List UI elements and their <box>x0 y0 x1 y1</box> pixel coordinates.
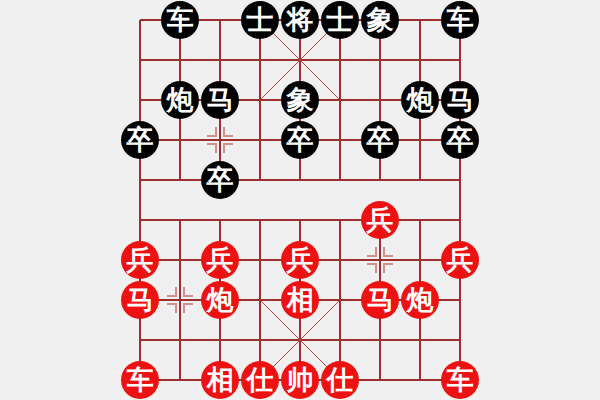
piece-black-soldier[interactable]: 卒 <box>281 121 319 159</box>
piece-red-soldier[interactable]: 兵 <box>361 201 399 239</box>
piece-black-general[interactable]: 将 <box>281 1 319 39</box>
piece-black-cannon[interactable]: 炮 <box>161 81 199 119</box>
piece-black-chariot[interactable]: 车 <box>441 1 479 39</box>
piece-red-cannon[interactable]: 炮 <box>201 281 239 319</box>
piece-black-cannon[interactable]: 炮 <box>401 81 439 119</box>
piece-red-general[interactable]: 帅 <box>281 361 319 399</box>
piece-red-soldier[interactable]: 兵 <box>441 241 479 279</box>
piece-layer[interactable]: 车士将士象车炮马象炮马卒卒卒卒卒兵兵兵兵兵马炮相马炮车相仕帅仕车 <box>120 0 480 400</box>
piece-black-horse[interactable]: 马 <box>201 81 239 119</box>
piece-black-soldier[interactable]: 卒 <box>361 121 399 159</box>
piece-red-soldier[interactable]: 兵 <box>121 241 159 279</box>
piece-black-elephant[interactable]: 象 <box>281 81 319 119</box>
piece-black-advisor[interactable]: 士 <box>321 1 359 39</box>
piece-red-horse[interactable]: 马 <box>121 281 159 319</box>
piece-red-horse[interactable]: 马 <box>361 281 399 319</box>
piece-red-soldier[interactable]: 兵 <box>281 241 319 279</box>
piece-black-advisor[interactable]: 士 <box>241 1 279 39</box>
piece-red-elephant[interactable]: 相 <box>201 361 239 399</box>
piece-red-soldier[interactable]: 兵 <box>201 241 239 279</box>
piece-red-chariot[interactable]: 车 <box>121 361 159 399</box>
piece-black-chariot[interactable]: 车 <box>161 1 199 39</box>
piece-black-soldier[interactable]: 卒 <box>441 121 479 159</box>
xiangqi-board: 车士将士象车炮马象炮马卒卒卒卒卒兵兵兵兵兵马炮相马炮车相仕帅仕车 <box>0 0 600 400</box>
piece-black-horse[interactable]: 马 <box>441 81 479 119</box>
piece-black-elephant[interactable]: 象 <box>361 1 399 39</box>
piece-red-chariot[interactable]: 车 <box>441 361 479 399</box>
piece-black-soldier[interactable]: 卒 <box>121 121 159 159</box>
piece-red-advisor[interactable]: 仕 <box>321 361 359 399</box>
piece-red-cannon[interactable]: 炮 <box>401 281 439 319</box>
piece-red-elephant[interactable]: 相 <box>281 281 319 319</box>
piece-red-advisor[interactable]: 仕 <box>241 361 279 399</box>
piece-black-soldier[interactable]: 卒 <box>201 161 239 199</box>
